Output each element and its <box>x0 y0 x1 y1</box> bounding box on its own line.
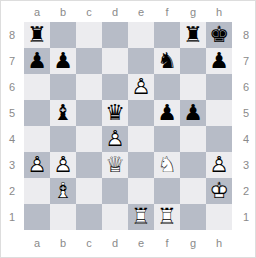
file-labels-top: abcdefgh <box>24 3 232 21</box>
rank-labels-right: 87654321 <box>237 22 255 230</box>
square-a2[interactable] <box>24 178 50 204</box>
square-b4[interactable] <box>50 126 76 152</box>
file-label-d: d <box>102 234 128 252</box>
chess-board[interactable]: ♜♜♚♟♟♞♟♟♙♝♛♟♟♟♙♟♙♟♙♛♕♞♘♟♙♝♗♚♔♜♖♜♖ <box>24 22 232 230</box>
square-f3[interactable]: ♞♘ <box>154 152 180 178</box>
file-label-h: h <box>206 234 232 252</box>
black-pawn-icon: ♟ <box>206 48 232 74</box>
square-e5[interactable] <box>128 100 154 126</box>
file-label-b: b <box>50 234 76 252</box>
file-label-h: h <box>206 3 232 21</box>
white-rook[interactable]: ♜♖ <box>154 204 180 230</box>
square-d1[interactable] <box>102 204 128 230</box>
square-e6[interactable]: ♟♙ <box>128 74 154 100</box>
black-bishop-icon: ♝ <box>50 100 76 126</box>
white-king-icon: ♔ <box>206 178 232 204</box>
file-label-e: e <box>128 3 154 21</box>
file-label-f: f <box>154 3 180 21</box>
file-label-e: e <box>128 234 154 252</box>
square-f1[interactable]: ♜♖ <box>154 204 180 230</box>
square-g6[interactable] <box>180 74 206 100</box>
square-f4[interactable] <box>154 126 180 152</box>
white-knight-icon: ♘ <box>154 152 180 178</box>
rank-label-1: 1 <box>237 204 255 230</box>
square-f5[interactable]: ♟ <box>154 100 180 126</box>
black-knight-icon: ♞ <box>154 48 180 74</box>
square-c1[interactable] <box>76 204 102 230</box>
square-g4[interactable] <box>180 126 206 152</box>
rank-label-8: 8 <box>237 22 255 48</box>
white-pawn[interactable]: ♟♙ <box>24 152 50 178</box>
square-d6[interactable] <box>102 74 128 100</box>
square-h5[interactable] <box>206 100 232 126</box>
square-d7[interactable] <box>102 48 128 74</box>
square-c4[interactable] <box>76 126 102 152</box>
square-h1[interactable] <box>206 204 232 230</box>
square-a7[interactable]: ♟ <box>24 48 50 74</box>
black-rook[interactable]: ♜ <box>24 22 50 48</box>
rank-label-3: 3 <box>3 152 21 178</box>
white-pawn-icon: ♙ <box>206 152 232 178</box>
rank-label-2: 2 <box>237 178 255 204</box>
square-e2[interactable] <box>128 178 154 204</box>
black-king[interactable]: ♚ <box>206 22 232 48</box>
black-rook[interactable]: ♜ <box>180 22 206 48</box>
white-queen[interactable]: ♛♕ <box>102 152 128 178</box>
black-queen[interactable]: ♛ <box>102 100 128 126</box>
rank-label-4: 4 <box>237 126 255 152</box>
black-pawn-icon: ♟ <box>154 100 180 126</box>
file-labels-bottom: abcdefgh <box>24 234 232 252</box>
square-e3[interactable] <box>128 152 154 178</box>
white-pawn-icon: ♙ <box>128 74 154 100</box>
square-c2[interactable] <box>76 178 102 204</box>
white-pawn-icon: ♙ <box>24 152 50 178</box>
square-f2[interactable] <box>154 178 180 204</box>
square-d8[interactable] <box>102 22 128 48</box>
square-a1[interactable] <box>24 204 50 230</box>
file-label-a: a <box>24 234 50 252</box>
square-e1[interactable]: ♜♖ <box>128 204 154 230</box>
square-g3[interactable] <box>180 152 206 178</box>
square-b3[interactable]: ♟♙ <box>50 152 76 178</box>
black-bishop[interactable]: ♝ <box>50 100 76 126</box>
file-label-a: a <box>24 3 50 21</box>
square-a5[interactable] <box>24 100 50 126</box>
square-g5[interactable]: ♟ <box>180 100 206 126</box>
square-h6[interactable] <box>206 74 232 100</box>
white-pawn[interactable]: ♟♙ <box>206 152 232 178</box>
white-rook-icon: ♖ <box>128 204 154 230</box>
black-pawn-icon: ♟ <box>24 48 50 74</box>
square-b8[interactable] <box>50 22 76 48</box>
square-a6[interactable] <box>24 74 50 100</box>
black-pawn[interactable]: ♟ <box>206 48 232 74</box>
white-pawn[interactable]: ♟♙ <box>50 152 76 178</box>
rank-label-8: 8 <box>3 22 21 48</box>
rank-label-5: 5 <box>3 100 21 126</box>
file-label-c: c <box>76 234 102 252</box>
square-g7[interactable] <box>180 48 206 74</box>
black-pawn[interactable]: ♟ <box>24 48 50 74</box>
square-h8[interactable]: ♚ <box>206 22 232 48</box>
square-a8[interactable]: ♜ <box>24 22 50 48</box>
white-bishop-icon: ♗ <box>50 178 76 204</box>
square-c6[interactable] <box>76 74 102 100</box>
white-pawn-icon: ♙ <box>102 126 128 152</box>
square-h7[interactable]: ♟ <box>206 48 232 74</box>
black-king-icon: ♚ <box>206 22 232 48</box>
square-h3[interactable]: ♟♙ <box>206 152 232 178</box>
square-e8[interactable] <box>128 22 154 48</box>
square-c8[interactable] <box>76 22 102 48</box>
rank-label-6: 6 <box>237 74 255 100</box>
rank-label-7: 7 <box>3 48 21 74</box>
white-rook-icon: ♖ <box>154 204 180 230</box>
black-knight[interactable]: ♞ <box>154 48 180 74</box>
rank-label-7: 7 <box>237 48 255 74</box>
square-d5[interactable]: ♛ <box>102 100 128 126</box>
file-label-f: f <box>154 234 180 252</box>
black-pawn-icon: ♟ <box>50 48 76 74</box>
rank-label-1: 1 <box>3 204 21 230</box>
black-pawn[interactable]: ♟ <box>154 100 180 126</box>
black-rook-icon: ♜ <box>24 22 50 48</box>
square-b1[interactable] <box>50 204 76 230</box>
white-queen-icon: ♕ <box>102 152 128 178</box>
square-g1[interactable] <box>180 204 206 230</box>
square-c7[interactable] <box>76 48 102 74</box>
white-bishop[interactable]: ♝♗ <box>50 178 76 204</box>
square-e4[interactable] <box>128 126 154 152</box>
square-b2[interactable]: ♝♗ <box>50 178 76 204</box>
square-f7[interactable]: ♞ <box>154 48 180 74</box>
rank-labels-left: 87654321 <box>3 22 21 230</box>
white-rook[interactable]: ♜♖ <box>128 204 154 230</box>
square-f8[interactable] <box>154 22 180 48</box>
square-g2[interactable] <box>180 178 206 204</box>
white-pawn-icon: ♙ <box>50 152 76 178</box>
square-b6[interactable] <box>50 74 76 100</box>
rank-label-2: 2 <box>3 178 21 204</box>
white-pawn[interactable]: ♟♙ <box>128 74 154 100</box>
square-d2[interactable] <box>102 178 128 204</box>
black-pawn[interactable]: ♟ <box>180 100 206 126</box>
square-g8[interactable]: ♜ <box>180 22 206 48</box>
square-e7[interactable] <box>128 48 154 74</box>
file-label-g: g <box>180 3 206 21</box>
white-king[interactable]: ♚♔ <box>206 178 232 204</box>
square-a4[interactable] <box>24 126 50 152</box>
black-pawn[interactable]: ♟ <box>50 48 76 74</box>
rank-label-4: 4 <box>3 126 21 152</box>
file-label-c: c <box>76 3 102 21</box>
file-label-d: d <box>102 3 128 21</box>
square-f6[interactable] <box>154 74 180 100</box>
square-b5[interactable]: ♝ <box>50 100 76 126</box>
square-h2[interactable]: ♚♔ <box>206 178 232 204</box>
file-label-b: b <box>50 3 76 21</box>
chess-board-diagram: abcdefgh 87654321 ♜♜♚♟♟♞♟♟♙♝♛♟♟♟♙♟♙♟♙♛♕♞… <box>0 0 256 258</box>
square-a3[interactable]: ♟♙ <box>24 152 50 178</box>
white-knight[interactable]: ♞♘ <box>154 152 180 178</box>
square-d4[interactable]: ♟♙ <box>102 126 128 152</box>
square-d3[interactable]: ♛♕ <box>102 152 128 178</box>
square-c5[interactable] <box>76 100 102 126</box>
square-c3[interactable] <box>76 152 102 178</box>
black-rook-icon: ♜ <box>180 22 206 48</box>
rank-label-6: 6 <box>3 74 21 100</box>
square-h4[interactable] <box>206 126 232 152</box>
white-pawn[interactable]: ♟♙ <box>102 126 128 152</box>
rank-label-5: 5 <box>237 100 255 126</box>
rank-label-3: 3 <box>237 152 255 178</box>
square-b7[interactable]: ♟ <box>50 48 76 74</box>
file-label-g: g <box>180 234 206 252</box>
black-pawn-icon: ♟ <box>180 100 206 126</box>
black-queen-icon: ♛ <box>102 100 128 126</box>
